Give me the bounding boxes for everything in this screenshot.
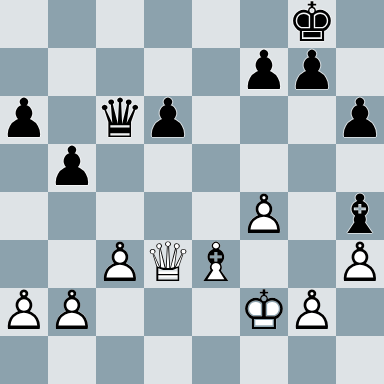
square-b6[interactable] — [48, 96, 96, 144]
square-e2[interactable] — [192, 288, 240, 336]
square-g6[interactable] — [288, 96, 336, 144]
square-f5[interactable] — [240, 144, 288, 192]
white-bishop-glyph-outline: ♗︎ — [192, 239, 240, 287]
square-h7[interactable] — [336, 48, 384, 96]
square-b1[interactable] — [48, 336, 96, 384]
square-c4[interactable] — [96, 192, 144, 240]
white-king-glyph-outline: ♔︎ — [240, 287, 288, 335]
white-pawn-glyph-outline: ♙︎ — [336, 239, 384, 287]
square-d2[interactable] — [144, 288, 192, 336]
black-pawn-glyph: ♟︎ — [240, 47, 288, 95]
square-f8[interactable] — [240, 0, 288, 48]
square-a1[interactable] — [0, 336, 48, 384]
piece-black-pawn[interactable]: ♟︎ — [288, 48, 336, 96]
square-e1[interactable] — [192, 336, 240, 384]
black-pawn-glyph: ♟︎ — [48, 143, 96, 191]
white-pawn-glyph-outline: ♙︎ — [0, 287, 48, 335]
square-e5[interactable] — [192, 144, 240, 192]
square-h4[interactable]: ♝︎ — [336, 192, 384, 240]
white-pawn-glyph-fill: ♟︎ — [240, 191, 288, 239]
square-d3[interactable]: ♛︎♕︎ — [144, 240, 192, 288]
square-a5[interactable] — [0, 144, 48, 192]
square-d8[interactable] — [144, 0, 192, 48]
square-e8[interactable] — [192, 0, 240, 48]
chess-board: ♚︎♟︎♟︎♟︎♛︎♟︎♟︎♟︎♟︎♙︎♝︎♟︎♙︎♛︎♕︎♝︎♗︎♟︎♙︎♟︎… — [0, 0, 384, 384]
piece-black-bishop[interactable]: ♝︎ — [336, 192, 384, 240]
square-c2[interactable] — [96, 288, 144, 336]
square-e4[interactable] — [192, 192, 240, 240]
black-pawn-glyph: ♟︎ — [144, 95, 192, 143]
white-pawn-glyph-outline: ♙︎ — [288, 287, 336, 335]
square-b4[interactable] — [48, 192, 96, 240]
square-h3[interactable]: ♟︎♙︎ — [336, 240, 384, 288]
square-d5[interactable] — [144, 144, 192, 192]
square-g3[interactable] — [288, 240, 336, 288]
black-pawn-glyph: ♟︎ — [336, 95, 384, 143]
square-f3[interactable] — [240, 240, 288, 288]
square-e6[interactable] — [192, 96, 240, 144]
square-f4[interactable]: ♟︎♙︎ — [240, 192, 288, 240]
black-pawn-glyph: ♟︎ — [0, 95, 48, 143]
square-g2[interactable]: ♟︎♙︎ — [288, 288, 336, 336]
square-b8[interactable] — [48, 0, 96, 48]
square-g5[interactable] — [288, 144, 336, 192]
square-c7[interactable] — [96, 48, 144, 96]
square-b5[interactable]: ♟︎ — [48, 144, 96, 192]
square-g4[interactable] — [288, 192, 336, 240]
piece-white-king[interactable]: ♚︎♔︎ — [240, 288, 288, 336]
square-a4[interactable] — [0, 192, 48, 240]
piece-white-bishop[interactable]: ♝︎♗︎ — [192, 240, 240, 288]
square-a8[interactable] — [0, 0, 48, 48]
square-h2[interactable] — [336, 288, 384, 336]
piece-black-pawn[interactable]: ♟︎ — [48, 144, 96, 192]
square-f1[interactable] — [240, 336, 288, 384]
square-h1[interactable] — [336, 336, 384, 384]
piece-white-pawn[interactable]: ♟︎♙︎ — [48, 288, 96, 336]
piece-white-queen[interactable]: ♛︎♕︎ — [144, 240, 192, 288]
square-h8[interactable] — [336, 0, 384, 48]
square-a2[interactable]: ♟︎♙︎ — [0, 288, 48, 336]
square-b7[interactable] — [48, 48, 96, 96]
white-queen-glyph-outline: ♕︎ — [144, 239, 192, 287]
square-a6[interactable]: ♟︎ — [0, 96, 48, 144]
white-bishop-glyph-fill: ♝︎ — [192, 239, 240, 287]
square-c5[interactable] — [96, 144, 144, 192]
black-bishop-glyph: ♝︎ — [336, 191, 384, 239]
square-e7[interactable] — [192, 48, 240, 96]
square-c1[interactable] — [96, 336, 144, 384]
piece-white-pawn[interactable]: ♟︎♙︎ — [96, 240, 144, 288]
white-pawn-glyph-fill: ♟︎ — [288, 287, 336, 335]
black-pawn-glyph: ♟︎ — [288, 47, 336, 95]
white-king-glyph-fill: ♚︎ — [240, 287, 288, 335]
white-pawn-glyph-outline: ♙︎ — [48, 287, 96, 335]
square-c3[interactable]: ♟︎♙︎ — [96, 240, 144, 288]
black-king-glyph: ♚︎ — [288, 0, 336, 47]
white-pawn-glyph-fill: ♟︎ — [48, 287, 96, 335]
square-e3[interactable]: ♝︎♗︎ — [192, 240, 240, 288]
white-pawn-glyph-outline: ♙︎ — [240, 191, 288, 239]
white-pawn-glyph-fill: ♟︎ — [96, 239, 144, 287]
square-d6[interactable]: ♟︎ — [144, 96, 192, 144]
piece-black-king[interactable]: ♚︎ — [288, 0, 336, 48]
square-a7[interactable] — [0, 48, 48, 96]
square-d7[interactable] — [144, 48, 192, 96]
piece-white-pawn[interactable]: ♟︎♙︎ — [0, 288, 48, 336]
square-g7[interactable]: ♟︎ — [288, 48, 336, 96]
piece-black-pawn[interactable]: ♟︎ — [336, 96, 384, 144]
square-a3[interactable] — [0, 240, 48, 288]
piece-white-pawn[interactable]: ♟︎♙︎ — [240, 192, 288, 240]
white-queen-glyph-fill: ♛︎ — [144, 239, 192, 287]
square-c6[interactable]: ♛︎ — [96, 96, 144, 144]
piece-black-pawn[interactable]: ♟︎ — [240, 48, 288, 96]
piece-white-pawn[interactable]: ♟︎♙︎ — [336, 240, 384, 288]
white-pawn-glyph-fill: ♟︎ — [336, 239, 384, 287]
piece-black-pawn[interactable]: ♟︎ — [0, 96, 48, 144]
black-queen-glyph: ♛︎ — [96, 95, 144, 143]
white-pawn-glyph-fill: ♟︎ — [0, 287, 48, 335]
square-d4[interactable] — [144, 192, 192, 240]
white-pawn-glyph-outline: ♙︎ — [96, 239, 144, 287]
square-g8[interactable]: ♚︎ — [288, 0, 336, 48]
square-f7[interactable]: ♟︎ — [240, 48, 288, 96]
piece-white-pawn[interactable]: ♟︎♙︎ — [288, 288, 336, 336]
square-f6[interactable] — [240, 96, 288, 144]
square-b2[interactable]: ♟︎♙︎ — [48, 288, 96, 336]
square-g1[interactable] — [288, 336, 336, 384]
square-h6[interactable]: ♟︎ — [336, 96, 384, 144]
piece-black-queen[interactable]: ♛︎ — [96, 96, 144, 144]
square-h5[interactable] — [336, 144, 384, 192]
square-d1[interactable] — [144, 336, 192, 384]
square-f2[interactable]: ♚︎♔︎ — [240, 288, 288, 336]
piece-black-pawn[interactable]: ♟︎ — [144, 96, 192, 144]
square-b3[interactable] — [48, 240, 96, 288]
square-c8[interactable] — [96, 0, 144, 48]
